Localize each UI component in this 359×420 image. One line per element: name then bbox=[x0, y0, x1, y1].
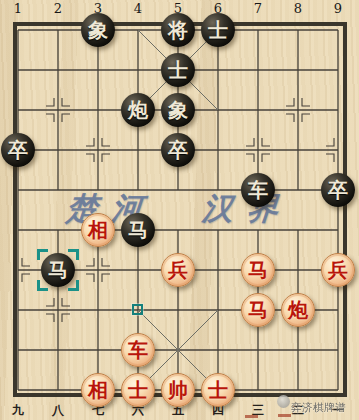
watermark-logo-icon bbox=[277, 395, 290, 408]
board-cell-f3r5: 相 bbox=[78, 210, 118, 250]
piece-red-horse[interactable]: 马 bbox=[241, 293, 275, 327]
piece-red-advisor[interactable]: 士 bbox=[121, 373, 155, 407]
board-cell-f4r8: 车 bbox=[118, 330, 158, 370]
last-move-bracket bbox=[37, 280, 48, 291]
piece-red-horse[interactable]: 马 bbox=[241, 253, 275, 287]
board-cell-f5r1: 士 bbox=[158, 50, 198, 90]
piece-red-soldier[interactable]: 兵 bbox=[321, 253, 355, 287]
board-cell-f8r7: 炮 bbox=[278, 290, 318, 330]
piece-black-chariot[interactable]: 车 bbox=[241, 173, 275, 207]
piece-grid[interactable]: 象将士士炮象卒卒车卒相马马兵马兵马炮车相士帅士 bbox=[0, 10, 358, 410]
board-cell-f5r9: 帅 bbox=[158, 370, 198, 410]
board-cell-f5r6: 兵 bbox=[158, 250, 198, 290]
last-move-bracket bbox=[37, 249, 48, 260]
last-move-bracket bbox=[68, 280, 79, 291]
piece-black-horse[interactable]: 马 bbox=[121, 213, 155, 247]
watermark-dash bbox=[245, 415, 258, 418]
board-cell-f5r2: 象 bbox=[158, 90, 198, 130]
piece-red-soldier[interactable]: 兵 bbox=[161, 253, 195, 287]
piece-red-elephant[interactable]: 相 bbox=[81, 213, 115, 247]
board-cell-f9r6: 兵 bbox=[318, 250, 358, 290]
piece-black-elephant[interactable]: 象 bbox=[81, 13, 115, 47]
board-cell-f5r0: 将 bbox=[158, 10, 198, 50]
board-cell-f1r3: 卒 bbox=[0, 130, 38, 170]
piece-red-elephant[interactable]: 相 bbox=[81, 373, 115, 407]
piece-red-advisor[interactable]: 士 bbox=[201, 373, 235, 407]
piece-red-cannon[interactable]: 炮 bbox=[281, 293, 315, 327]
board-cell-f3r0: 象 bbox=[78, 10, 118, 50]
piece-black-soldier[interactable]: 卒 bbox=[1, 133, 35, 167]
last-move-bracket bbox=[68, 249, 79, 260]
board-cell-f3r9: 相 bbox=[78, 370, 118, 410]
board-cell-f4r9: 士 bbox=[118, 370, 158, 410]
piece-black-cannon[interactable]: 炮 bbox=[121, 93, 155, 127]
piece-red-chariot[interactable]: 车 bbox=[121, 333, 155, 367]
piece-red-general[interactable]: 帅 bbox=[161, 373, 195, 407]
board-cell-f7r6: 马 bbox=[238, 250, 278, 290]
piece-black-general[interactable]: 将 bbox=[161, 13, 195, 47]
board-cell-f6r0: 士 bbox=[198, 10, 238, 50]
piece-black-elephant[interactable]: 象 bbox=[161, 93, 195, 127]
board-cell-f4r2: 炮 bbox=[118, 90, 158, 130]
board-cell-f9r4: 卒 bbox=[318, 170, 358, 210]
piece-black-advisor[interactable]: 士 bbox=[161, 53, 195, 87]
xiangqi-board: 123456789 楚河 汉界 象将士士炮象卒卒车卒相马马兵马兵马炮车相士帅士 … bbox=[0, 0, 359, 420]
piece-black-advisor[interactable]: 士 bbox=[201, 13, 235, 47]
watermark: 弈济棋牌谱 bbox=[276, 393, 359, 420]
board-cell-f2r6: 马 bbox=[38, 250, 78, 290]
piece-black-soldier[interactable]: 卒 bbox=[161, 133, 195, 167]
piece-black-soldier[interactable]: 卒 bbox=[321, 173, 355, 207]
board-cell-f5r3: 卒 bbox=[158, 130, 198, 170]
board-cell-f7r4: 车 bbox=[238, 170, 278, 210]
board-cell-f7r7: 马 bbox=[238, 290, 278, 330]
board-cell-f4r5: 马 bbox=[118, 210, 158, 250]
board-cell-f6r9: 士 bbox=[198, 370, 238, 410]
watermark-text: 弈济棋牌谱 bbox=[291, 401, 346, 415]
